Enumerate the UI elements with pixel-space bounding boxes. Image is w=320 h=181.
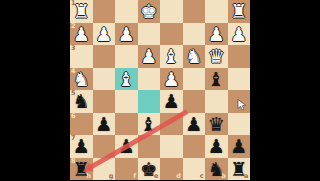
letterbox-left <box>0 0 70 180</box>
piece-black-knight-b8[interactable]: ♞ <box>205 158 228 181</box>
square-h3[interactable]: 3 <box>70 45 93 68</box>
square-b5[interactable] <box>205 90 228 113</box>
file-label-d: d <box>176 173 181 180</box>
square-e1[interactable]: ♚ <box>138 0 161 23</box>
piece-black-rook-h8[interactable]: ♜ <box>70 158 93 181</box>
square-c3[interactable]: ♞ <box>183 45 206 68</box>
piece-black-rook-a8[interactable]: ♜ <box>228 158 251 181</box>
square-h2[interactable]: 2♟ <box>70 23 93 46</box>
square-g8[interactable]: g <box>93 158 116 181</box>
square-h8[interactable]: 8h♜ <box>70 158 93 181</box>
video-frame: 1♜♚♜2♟♟♟♟♟3♟♝♞♛4♞♝♟♝5♞♟6♟♝♟♛7♟♟♟♟8h♜gfe♚… <box>0 0 320 180</box>
square-f4[interactable]: ♝ <box>115 68 138 91</box>
square-c8[interactable]: c <box>183 158 206 181</box>
piece-black-pawn-d5[interactable]: ♟ <box>160 90 183 113</box>
square-d3[interactable]: ♝ <box>160 45 183 68</box>
piece-black-queen-b6[interactable]: ♛ <box>205 113 228 136</box>
piece-white-pawn-g2[interactable]: ♟ <box>93 23 116 46</box>
square-a1[interactable]: ♜ <box>228 0 251 23</box>
square-d2[interactable] <box>160 23 183 46</box>
square-e4[interactable] <box>138 68 161 91</box>
square-c2[interactable] <box>183 23 206 46</box>
square-f3[interactable] <box>115 45 138 68</box>
square-d5[interactable]: ♟ <box>160 90 183 113</box>
piece-black-pawn-b7[interactable]: ♟ <box>205 135 228 158</box>
square-d6[interactable] <box>160 113 183 136</box>
piece-black-pawn-h7[interactable]: ♟ <box>70 135 93 158</box>
piece-white-bishop-d3[interactable]: ♝ <box>160 45 183 68</box>
square-c5[interactable] <box>183 90 206 113</box>
square-b3[interactable]: ♛ <box>205 45 228 68</box>
piece-black-pawn-f7[interactable]: ♟ <box>115 135 138 158</box>
square-g3[interactable] <box>93 45 116 68</box>
piece-white-pawn-a2[interactable]: ♟ <box>228 23 251 46</box>
square-b1[interactable] <box>205 0 228 23</box>
square-d4[interactable]: ♟ <box>160 68 183 91</box>
square-e8[interactable]: e♚ <box>138 158 161 181</box>
file-label-c: c <box>200 173 204 180</box>
square-e2[interactable] <box>138 23 161 46</box>
piece-white-queen-b3[interactable]: ♛ <box>205 45 228 68</box>
square-c1[interactable] <box>183 0 206 23</box>
piece-white-pawn-h2[interactable]: ♟ <box>70 23 93 46</box>
square-a8[interactable]: a♜ <box>228 158 251 181</box>
square-a6[interactable] <box>228 113 251 136</box>
square-h6[interactable]: 6 <box>70 113 93 136</box>
file-label-f: f <box>133 173 136 180</box>
square-d1[interactable] <box>160 0 183 23</box>
piece-black-pawn-c6[interactable]: ♟ <box>183 113 206 136</box>
square-c7[interactable] <box>183 135 206 158</box>
square-h7[interactable]: 7♟ <box>70 135 93 158</box>
square-b4[interactable]: ♝ <box>205 68 228 91</box>
square-f6[interactable] <box>115 113 138 136</box>
square-g2[interactable]: ♟ <box>93 23 116 46</box>
piece-white-rook-a1[interactable]: ♜ <box>228 0 251 23</box>
square-g1[interactable] <box>93 0 116 23</box>
square-a7[interactable]: ♟ <box>228 135 251 158</box>
square-e5[interactable] <box>138 90 161 113</box>
square-c4[interactable] <box>183 68 206 91</box>
square-b6[interactable]: ♛ <box>205 113 228 136</box>
square-g4[interactable] <box>93 68 116 91</box>
square-b8[interactable]: b♞ <box>205 158 228 181</box>
square-a4[interactable] <box>228 68 251 91</box>
piece-black-pawn-g6[interactable]: ♟ <box>93 113 116 136</box>
square-a3[interactable] <box>228 45 251 68</box>
square-b7[interactable]: ♟ <box>205 135 228 158</box>
rank-label-6: 6 <box>71 113 76 120</box>
piece-white-pawn-e3[interactable]: ♟ <box>138 45 161 68</box>
piece-black-bishop-b4[interactable]: ♝ <box>205 68 228 91</box>
square-f1[interactable] <box>115 0 138 23</box>
piece-white-pawn-f2[interactable]: ♟ <box>115 23 138 46</box>
square-c6[interactable]: ♟ <box>183 113 206 136</box>
square-b2[interactable]: ♟ <box>205 23 228 46</box>
square-g6[interactable]: ♟ <box>93 113 116 136</box>
square-f2[interactable]: ♟ <box>115 23 138 46</box>
piece-white-knight-h4[interactable]: ♞ <box>70 68 93 91</box>
piece-white-pawn-b2[interactable]: ♟ <box>205 23 228 46</box>
piece-black-pawn-a7[interactable]: ♟ <box>228 135 251 158</box>
square-g7[interactable] <box>93 135 116 158</box>
square-a2[interactable]: ♟ <box>228 23 251 46</box>
rank-label-3: 3 <box>71 45 76 52</box>
square-g5[interactable] <box>93 90 116 113</box>
square-h1[interactable]: 1♜ <box>70 0 93 23</box>
square-h5[interactable]: 5♞ <box>70 90 93 113</box>
square-f8[interactable]: f <box>115 158 138 181</box>
letterbox-right <box>250 0 320 180</box>
piece-black-king-e8[interactable]: ♚ <box>138 158 161 181</box>
piece-white-king-e1[interactable]: ♚ <box>138 0 161 23</box>
piece-white-pawn-d4[interactable]: ♟ <box>160 68 183 91</box>
square-f7[interactable]: ♟ <box>115 135 138 158</box>
square-e7[interactable] <box>138 135 161 158</box>
square-a5[interactable] <box>228 90 251 113</box>
square-d8[interactable]: d <box>160 158 183 181</box>
square-h4[interactable]: 4♞ <box>70 68 93 91</box>
square-e6[interactable]: ♝ <box>138 113 161 136</box>
piece-white-bishop-f4[interactable]: ♝ <box>115 68 138 91</box>
square-d7[interactable] <box>160 135 183 158</box>
square-f5[interactable] <box>115 90 138 113</box>
square-e3[interactable]: ♟ <box>138 45 161 68</box>
piece-black-knight-h5[interactable]: ♞ <box>70 90 93 113</box>
chess-board[interactable]: 1♜♚♜2♟♟♟♟♟3♟♝♞♛4♞♝♟♝5♞♟6♟♝♟♛7♟♟♟♟8h♜gfe♚… <box>70 0 250 180</box>
piece-white-knight-c3[interactable]: ♞ <box>183 45 206 68</box>
piece-white-rook-h1[interactable]: ♜ <box>70 0 93 23</box>
file-label-g: g <box>109 173 114 180</box>
piece-black-bishop-e6[interactable]: ♝ <box>138 113 161 136</box>
